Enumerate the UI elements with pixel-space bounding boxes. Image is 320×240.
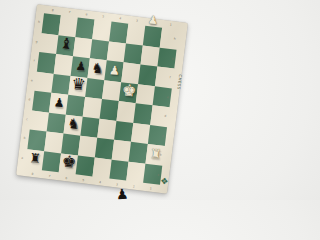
square-r6c7[interactable]: ♜	[145, 144, 164, 165]
coordinate-label: 5	[82, 178, 84, 181]
square-r0c7[interactable]	[160, 28, 179, 49]
maker-emblem-icon: ❖	[160, 177, 169, 187]
coordinate-label: 7	[49, 174, 51, 177]
black-knight[interactable]: ♞	[90, 60, 104, 75]
coordinate-label: b	[23, 137, 26, 140]
coordinate-label: h	[37, 21, 40, 24]
white-rook[interactable]: ♜	[149, 147, 162, 161]
black-rook[interactable]: ♜	[28, 151, 41, 165]
square-r3c2[interactable]: ♛	[68, 76, 87, 97]
coordinate-label: 3	[136, 19, 138, 22]
brand-text: CHESS	[176, 74, 182, 90]
square-r1c7[interactable]	[157, 47, 176, 68]
black-bishop[interactable]: ♝	[59, 36, 74, 52]
photo-canvas: { "game": "chess", "scene": { "descripti…	[0, 0, 200, 200]
white-pawn[interactable]: ♟	[108, 64, 120, 77]
black-queen[interactable]: ♛	[70, 76, 86, 93]
square-r4c7[interactable]	[150, 105, 169, 126]
coordinate-label: 7	[69, 11, 71, 14]
square-r5c7[interactable]	[148, 125, 167, 146]
coordinate-label: e	[30, 79, 33, 82]
coordinate-label: 1	[150, 187, 152, 190]
coordinate-label: 5	[103, 15, 105, 18]
square-r3c5[interactable]: ♚	[119, 82, 138, 103]
coordinate-label: c	[25, 118, 28, 121]
coordinate-label: 6	[86, 13, 88, 16]
coordinate-label: d	[27, 98, 30, 101]
white-king[interactable]: ♚	[121, 83, 137, 100]
coordinate-label: 8	[52, 8, 54, 11]
square-r7c2[interactable]: ♚	[59, 153, 78, 174]
coordinate-label: 2	[133, 185, 135, 188]
coordinate-label: 1	[170, 23, 172, 26]
coordinate-label: 4	[99, 181, 101, 184]
white-pawn-on-border[interactable]: ♟	[148, 14, 159, 26]
black-pawn-on-table[interactable]: ♟	[116, 187, 130, 200]
coordinate-label: g	[35, 40, 38, 43]
black-knight[interactable]: ♞	[66, 116, 80, 131]
black-king[interactable]: ♚	[61, 154, 77, 171]
square-r3c7[interactable]	[153, 86, 172, 107]
coordinate-label: 3	[116, 183, 118, 186]
board-grid: ♝♟♞♟♛♚♟♞♜♜♚	[25, 13, 179, 184]
coordinate-label: a	[20, 156, 23, 159]
black-pawn[interactable]: ♟	[53, 96, 65, 109]
chess-mat: ♝♟♞♟♛♚♟♞♜♜♚ 87654321 87654321 hgfedcba h…	[16, 4, 188, 193]
square-r2c7[interactable]	[155, 67, 174, 88]
coordinate-label: 8	[32, 172, 34, 175]
coordinate-label: 6	[66, 176, 68, 179]
coordinate-label: f	[32, 60, 35, 63]
coordinate-label: 4	[119, 17, 121, 20]
black-pawn[interactable]: ♟	[74, 59, 86, 72]
